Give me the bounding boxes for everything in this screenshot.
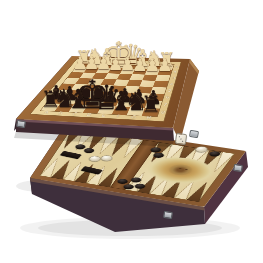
metal-clasp-icon	[189, 130, 199, 138]
rank-label: 3	[171, 77, 175, 79]
product-photo-scene: ABCDEFGH12345678 ♜♞♝♛♚♝♞♜♟♟♟♟♟♟♟♟♟♟♟♟♟♟♟…	[0, 0, 263, 263]
chess-pieces-layer: ♜♞♝♛♚♝♞♜♟♟♟♟♟♟♟♟♟♟♟♟♟♟♟♟♜♞♝♛♚♝♞♜	[0, 0, 263, 263]
rank-label: 2	[173, 72, 177, 74]
chess-piece-white-p[interactable]: ♟	[72, 55, 88, 72]
backgammon-board	[30, 124, 246, 207]
chess-piece-black-r[interactable]: ♜	[41, 88, 61, 110]
metal-clasp-icon	[163, 211, 173, 219]
metal-clasp-icon	[16, 120, 26, 128]
rank-label: 4	[169, 83, 173, 86]
